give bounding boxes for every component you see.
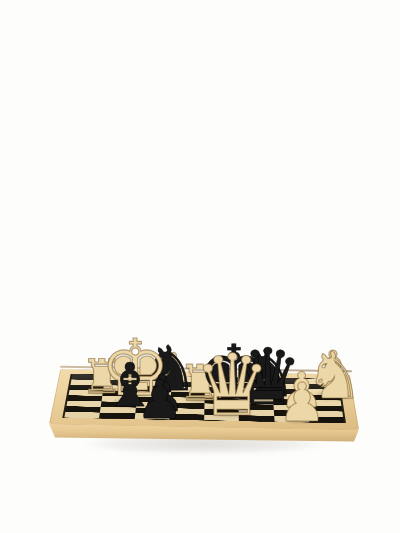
chess-piece-white-queen[interactable]: ♛ xyxy=(194,342,271,428)
pieces-layer: ♜♚♝♞♟♟♟♜♛♚♛♞♟♟♞♝ xyxy=(0,0,400,533)
product-photo-scene: ♜♚♝♞♟♟♟♜♛♚♛♞♟♟♞♝ xyxy=(0,0,400,533)
chess-piece-white-pawn[interactable]: ♟ xyxy=(278,376,326,430)
chess-piece-black-pawn[interactable]: ♟ xyxy=(136,373,184,427)
